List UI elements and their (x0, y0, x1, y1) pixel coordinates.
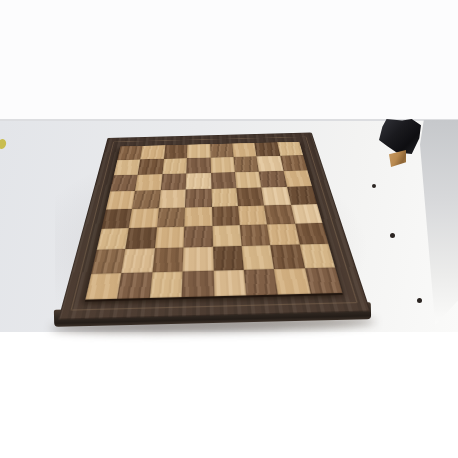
board-square (97, 228, 129, 250)
photo (0, 0, 458, 458)
board-square (235, 171, 262, 188)
screw-hole (390, 233, 395, 238)
board-square (85, 273, 121, 300)
board-square (213, 246, 244, 270)
board-square (162, 158, 187, 174)
board-square (161, 173, 187, 190)
board-square (159, 190, 186, 208)
board-square (126, 227, 157, 249)
board-square (212, 225, 242, 247)
board-square (264, 204, 295, 224)
board-square (164, 145, 188, 159)
board-square (141, 145, 166, 159)
board-square (210, 157, 235, 173)
board-square (242, 245, 275, 269)
board-square (182, 270, 214, 297)
board-square (117, 272, 152, 299)
board-square (277, 142, 303, 156)
board-square (255, 142, 280, 156)
board-square (184, 226, 213, 248)
board-square (212, 206, 240, 226)
board-square (102, 209, 133, 229)
board-square (240, 224, 271, 246)
board-square (211, 188, 238, 206)
board-square (152, 248, 183, 272)
board-square (280, 155, 307, 170)
board-square (236, 188, 264, 206)
board-square (295, 223, 329, 245)
board-square (257, 156, 283, 171)
screw-hole (417, 298, 422, 303)
board-square (106, 191, 135, 209)
board-square (91, 249, 125, 273)
board-square (238, 205, 267, 225)
board-playing-area (85, 142, 342, 300)
board-square (150, 271, 183, 298)
board-square (244, 269, 278, 296)
board-square (213, 270, 246, 297)
board-square (291, 204, 323, 224)
board-square (187, 144, 210, 158)
board-square (114, 160, 141, 176)
board-square (283, 170, 312, 187)
board-square (122, 248, 155, 272)
board-square (210, 143, 234, 157)
board-square (110, 175, 138, 192)
background-bottom (0, 332, 458, 458)
board-square (138, 159, 164, 175)
board-square (299, 244, 335, 268)
background-wall (0, 0, 458, 120)
board-square (186, 158, 210, 174)
board-square (132, 190, 160, 208)
board-square (155, 227, 185, 249)
board-square (262, 187, 291, 205)
board-square (157, 207, 185, 227)
board-square (129, 208, 159, 228)
board-square (233, 157, 259, 172)
screw-hole (372, 184, 376, 188)
board-square (211, 172, 237, 189)
board-square (183, 247, 213, 271)
board-square (135, 174, 162, 191)
board-square (185, 189, 211, 207)
board-square (184, 207, 212, 227)
board-square (186, 173, 211, 190)
board-square (117, 146, 143, 160)
board-square (259, 171, 287, 188)
board-square (232, 143, 256, 157)
board-square (287, 186, 317, 204)
